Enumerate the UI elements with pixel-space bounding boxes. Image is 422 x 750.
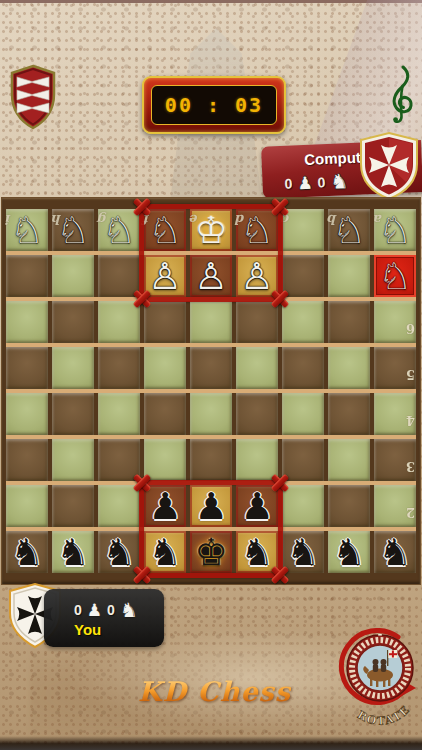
- board-square[interactable]: b♘: [328, 209, 370, 251]
- app-canvas: 00 : 03 Computer 0 ♟ 0 ♞ i♘h♘g♘f♘e♔d♘cb♘…: [0, 0, 422, 750]
- you-captured-knight-count: 0: [107, 602, 115, 618]
- board-square[interactable]: ♙: [190, 255, 232, 297]
- you-name: You: [74, 621, 101, 638]
- bottom-strip: [0, 736, 422, 750]
- app-title: KD Chess: [138, 676, 291, 707]
- board-grid: i♘h♘g♘f♘e♔d♘cb♘a♘♙♙♙♘6543♟♟♟2♞♞♞♞♚♞♞♞♞: [6, 209, 416, 573]
- white-knight-piece[interactable]: ♘: [144, 209, 186, 253]
- board-square[interactable]: e♔: [190, 209, 232, 251]
- board-square[interactable]: c: [282, 209, 324, 251]
- board-square[interactable]: [282, 393, 324, 435]
- board-square[interactable]: ♞: [144, 531, 186, 573]
- board-square[interactable]: 5: [374, 347, 416, 389]
- board-square[interactable]: [6, 393, 48, 435]
- rank-number-label: 5: [406, 367, 415, 382]
- board-square[interactable]: ♙: [236, 255, 278, 297]
- board-square[interactable]: [282, 439, 324, 481]
- black-knight-piece[interactable]: ♞: [374, 531, 416, 575]
- board-square[interactable]: [52, 485, 94, 527]
- white-knight-piece[interactable]: ♘: [328, 209, 370, 253]
- heraldic-shield-icon[interactable]: [8, 64, 58, 130]
- knight-icon: ♞: [120, 598, 138, 622]
- board-square[interactable]: [282, 301, 324, 343]
- black-pawn-piece[interactable]: ♟: [144, 485, 186, 529]
- white-knight-piece[interactable]: ♘: [6, 209, 48, 253]
- game-timer: 00 : 03: [142, 76, 286, 134]
- board-square[interactable]: f♘: [144, 209, 186, 251]
- board-square[interactable]: ♟: [236, 485, 278, 527]
- black-knight-piece[interactable]: ♞: [98, 531, 140, 575]
- computer-templar-shield-icon: [356, 131, 422, 201]
- board-square[interactable]: [190, 439, 232, 481]
- board-square[interactable]: 4: [374, 393, 416, 435]
- white-knight-piece[interactable]: ♘: [374, 209, 416, 253]
- board-square[interactable]: [52, 301, 94, 343]
- chess-board: i♘h♘g♘f♘e♔d♘cb♘a♘♙♙♙♘6543♟♟♟2♞♞♞♞♚♞♞♞♞: [1, 197, 421, 585]
- board-square[interactable]: [98, 393, 140, 435]
- you-captured-row: 0 ♟ 0 ♞: [74, 598, 138, 622]
- board-square[interactable]: i♘: [6, 209, 48, 251]
- board-square[interactable]: [98, 439, 140, 481]
- board-square[interactable]: [6, 255, 48, 297]
- board-square[interactable]: d♘: [236, 209, 278, 251]
- timer-display: 00 : 03: [151, 85, 277, 125]
- board-square[interactable]: ♞: [236, 531, 278, 573]
- pawn-icon: ♟: [87, 600, 102, 620]
- board-square[interactable]: ♞: [328, 531, 370, 573]
- board-square[interactable]: [190, 347, 232, 389]
- board-square[interactable]: [236, 439, 278, 481]
- pawn-icon: ♟: [297, 173, 313, 194]
- board-square[interactable]: ♞: [98, 531, 140, 573]
- board-square[interactable]: [52, 439, 94, 481]
- board-square[interactable]: ♟: [144, 485, 186, 527]
- board-square[interactable]: [98, 485, 140, 527]
- board-square[interactable]: [328, 255, 370, 297]
- black-knight-piece[interactable]: ♞: [52, 531, 94, 575]
- board-square[interactable]: [282, 485, 324, 527]
- board-square[interactable]: [144, 439, 186, 481]
- board-square[interactable]: [190, 393, 232, 435]
- white-pawn-piece[interactable]: ♙: [144, 255, 186, 299]
- rotate-label: ROTATE: [355, 703, 413, 726]
- white-knight-piece[interactable]: ♘: [236, 209, 278, 253]
- music-clef-icon[interactable]: [386, 64, 420, 126]
- board-square[interactable]: [6, 301, 48, 343]
- white-knight-piece[interactable]: ♘: [374, 255, 416, 299]
- board-square[interactable]: [190, 301, 232, 343]
- board-square[interactable]: [6, 347, 48, 389]
- black-pawn-piece[interactable]: ♟: [190, 485, 232, 529]
- black-king-piece[interactable]: ♚: [190, 531, 232, 575]
- black-knight-piece[interactable]: ♞: [282, 531, 324, 575]
- computer-captured-row: 0 ♟ 0 ♞: [284, 169, 349, 196]
- board-square[interactable]: ♘: [374, 255, 416, 297]
- board-square[interactable]: [236, 301, 278, 343]
- board-square[interactable]: [98, 255, 140, 297]
- board-square[interactable]: 3: [374, 439, 416, 481]
- rank-number-label: 2: [406, 505, 415, 520]
- board-square[interactable]: [144, 347, 186, 389]
- board-square[interactable]: g♘: [98, 209, 140, 251]
- black-knight-piece[interactable]: ♞: [144, 531, 186, 575]
- you-panel: 0 ♟ 0 ♞ You: [44, 589, 164, 647]
- black-pawn-piece[interactable]: ♟: [236, 485, 278, 529]
- top-edge-strip: [0, 0, 422, 3]
- computer-captured-pawn-count: 0: [284, 175, 292, 191]
- rotate-button[interactable]: ROTATE: [338, 628, 422, 726]
- board-square[interactable]: 2: [374, 485, 416, 527]
- board-square[interactable]: [144, 393, 186, 435]
- board-square[interactable]: [282, 255, 324, 297]
- board-square[interactable]: [6, 485, 48, 527]
- knight-icon: ♞: [330, 169, 349, 194]
- timer-value: 00 : 03: [165, 93, 263, 117]
- rank-number-label: 3: [406, 459, 415, 474]
- board-square[interactable]: 6: [374, 301, 416, 343]
- board-square[interactable]: ♚: [190, 531, 232, 573]
- black-knight-piece[interactable]: ♞: [328, 531, 370, 575]
- board-square[interactable]: [52, 393, 94, 435]
- board-square[interactable]: [6, 439, 48, 481]
- board-square[interactable]: [52, 347, 94, 389]
- rank-number-label: 4: [406, 413, 415, 428]
- board-square[interactable]: [98, 301, 140, 343]
- board-square[interactable]: [328, 301, 370, 343]
- board-square[interactable]: [98, 347, 140, 389]
- white-knight-piece[interactable]: ♘: [52, 209, 94, 253]
- board-square[interactable]: [328, 439, 370, 481]
- black-knight-piece[interactable]: ♞: [236, 531, 278, 575]
- rank-number-label: 6: [406, 321, 415, 336]
- board-square[interactable]: [236, 347, 278, 389]
- board-square[interactable]: [328, 485, 370, 527]
- board-square[interactable]: [328, 393, 370, 435]
- board-square[interactable]: ♙: [144, 255, 186, 297]
- white-knight-piece[interactable]: ♘: [98, 209, 140, 253]
- computer-captured-knight-count: 0: [317, 174, 325, 190]
- svg-text:ROTATE: ROTATE: [355, 703, 413, 726]
- board-square[interactable]: [282, 347, 324, 389]
- board-square[interactable]: ♞: [52, 531, 94, 573]
- board-square[interactable]: ♞: [374, 531, 416, 573]
- board-square[interactable]: a♘: [374, 209, 416, 251]
- board-square[interactable]: [52, 255, 94, 297]
- white-pawn-piece[interactable]: ♙: [236, 255, 278, 299]
- you-captured-pawn-count: 0: [74, 602, 82, 618]
- black-knight-piece[interactable]: ♞: [6, 531, 48, 575]
- board-square[interactable]: ♟: [190, 485, 232, 527]
- board-square[interactable]: [328, 347, 370, 389]
- board-square[interactable]: [236, 393, 278, 435]
- board-square[interactable]: [144, 301, 186, 343]
- file-letter-label: c: [282, 212, 290, 227]
- board-square[interactable]: ♞: [282, 531, 324, 573]
- board-square[interactable]: ♞: [6, 531, 48, 573]
- white-pawn-piece[interactable]: ♙: [190, 255, 232, 299]
- white-king-piece[interactable]: ♔: [190, 209, 232, 253]
- board-square[interactable]: h♘: [52, 209, 94, 251]
